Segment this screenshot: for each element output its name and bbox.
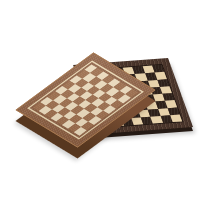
chessboards-product-photo (0, 0, 200, 200)
wenge-square-h1 (170, 114, 182, 122)
